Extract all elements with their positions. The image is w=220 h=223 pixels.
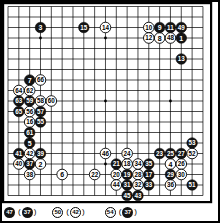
stone-number: 31 bbox=[124, 181, 132, 188]
stone-60: 60 bbox=[46, 96, 57, 107]
stone-5: 5 bbox=[24, 138, 35, 149]
stone-36: 36 bbox=[165, 180, 176, 191]
stone-number: 21 bbox=[113, 160, 121, 167]
stone-number: 39 bbox=[37, 150, 45, 157]
stone-number: 55 bbox=[37, 118, 45, 125]
caption: 47(37)50(42)54(37) bbox=[2, 204, 218, 220]
stone-2: 2 bbox=[35, 159, 46, 170]
stone-number: 22 bbox=[91, 171, 99, 178]
stone-51: 51 bbox=[187, 180, 198, 191]
stone-46: 46 bbox=[100, 148, 111, 159]
stone-42: 42 bbox=[24, 148, 35, 159]
stone-26: 26 bbox=[176, 159, 187, 170]
stone-number: 14 bbox=[102, 24, 110, 31]
stone-number: 45 bbox=[124, 192, 132, 199]
stone-17: 17 bbox=[143, 169, 154, 180]
star-point bbox=[104, 163, 107, 166]
star-point bbox=[104, 100, 107, 103]
stone-number: 23 bbox=[156, 150, 164, 157]
stone-number: 3 bbox=[39, 24, 43, 31]
stone-16: 16 bbox=[24, 117, 35, 128]
stone-44: 44 bbox=[111, 180, 122, 191]
caption-stone-54: 54 bbox=[105, 207, 116, 218]
caption-open-bracket: ( bbox=[66, 207, 69, 216]
stone-22: 22 bbox=[89, 169, 100, 180]
stone-9: 9 bbox=[154, 22, 165, 33]
stone-49: 49 bbox=[176, 22, 187, 33]
stone-number: 2 bbox=[39, 161, 43, 168]
stone-62: 62 bbox=[24, 85, 35, 96]
stone-27: 27 bbox=[176, 148, 187, 159]
stone-number: 15 bbox=[80, 24, 88, 31]
stone-66: 66 bbox=[35, 75, 46, 86]
stone-number: 62 bbox=[26, 87, 34, 94]
stone-45: 45 bbox=[122, 190, 133, 201]
stone-28: 28 bbox=[133, 169, 144, 180]
stone-40: 40 bbox=[14, 159, 25, 170]
stone-number: 51 bbox=[189, 181, 197, 188]
stone-number: 5 bbox=[28, 140, 32, 147]
stone-1: 1 bbox=[176, 33, 187, 44]
stone-number: 63 bbox=[15, 97, 23, 104]
stone-number: 36 bbox=[167, 181, 175, 188]
caption-entry-54: 54(37) bbox=[105, 207, 138, 218]
stone-number: 16 bbox=[26, 118, 34, 125]
stone-24: 24 bbox=[122, 148, 133, 159]
stone-number: 9 bbox=[158, 24, 162, 31]
stone-number: 29 bbox=[167, 171, 175, 178]
stone-32: 32 bbox=[133, 180, 144, 191]
star-point bbox=[169, 100, 172, 103]
stone-34: 34 bbox=[133, 159, 144, 170]
stone-7: 7 bbox=[24, 75, 35, 86]
go-diagram-page: 1234567891011121314151617181920212223242… bbox=[0, 0, 220, 223]
caption-entry-47: 47(37) bbox=[4, 207, 37, 218]
stone-number: 7 bbox=[28, 77, 32, 84]
stone-number: 6 bbox=[60, 171, 64, 178]
stone-number: 66 bbox=[37, 76, 45, 83]
stone-number: 35 bbox=[145, 160, 153, 167]
caption-stone-37: 37 bbox=[122, 207, 133, 218]
stone-number: 1 bbox=[179, 35, 183, 42]
stone-57: 57 bbox=[35, 106, 46, 117]
stone-11: 11 bbox=[165, 22, 176, 33]
stone-number: 13 bbox=[178, 55, 186, 62]
stone-number: 56 bbox=[26, 108, 34, 115]
stone-33: 33 bbox=[143, 180, 154, 191]
stone-35: 35 bbox=[143, 159, 154, 170]
stone-number: 46 bbox=[102, 150, 110, 157]
stone-8: 8 bbox=[154, 33, 165, 44]
stone-number: 59 bbox=[26, 97, 34, 104]
stone-3: 3 bbox=[35, 22, 46, 33]
stone-number: 17 bbox=[145, 171, 153, 178]
stone-23: 23 bbox=[154, 148, 165, 159]
caption-stone-42: 42 bbox=[70, 207, 81, 218]
stone-20: 20 bbox=[111, 169, 122, 180]
stone-13: 13 bbox=[176, 54, 187, 65]
caption-open-bracket: ( bbox=[18, 207, 21, 216]
stone-19: 19 bbox=[122, 169, 133, 180]
stone-31: 31 bbox=[122, 180, 133, 191]
caption-close-bracket: ) bbox=[134, 207, 137, 216]
stone-29: 29 bbox=[165, 169, 176, 180]
stone-55: 55 bbox=[35, 117, 46, 128]
caption-stone-50: 50 bbox=[52, 207, 63, 218]
stone-53: 53 bbox=[187, 138, 198, 149]
caption-close-bracket: ) bbox=[34, 207, 37, 216]
caption-stone-47: 47 bbox=[4, 207, 15, 218]
stone-18: 18 bbox=[122, 159, 133, 170]
stone-number: 32 bbox=[134, 181, 142, 188]
stone-number: 26 bbox=[178, 160, 186, 167]
stone-14: 14 bbox=[100, 22, 111, 33]
stone-number: 33 bbox=[145, 181, 153, 188]
caption-entry-50: 50(42) bbox=[52, 207, 85, 218]
stone-number: 64 bbox=[15, 87, 23, 94]
stone-number: 37 bbox=[26, 160, 34, 167]
stone-number: 60 bbox=[48, 97, 56, 104]
stone-number: 25 bbox=[167, 150, 175, 157]
stone-number: 20 bbox=[113, 171, 121, 178]
stone-number: 42 bbox=[26, 150, 34, 157]
stone-number: 19 bbox=[124, 171, 132, 178]
stone-21: 21 bbox=[111, 159, 122, 170]
stone-number: 24 bbox=[124, 150, 132, 157]
stone-number: 44 bbox=[113, 181, 121, 188]
stone-number: 58 bbox=[37, 97, 45, 104]
stone-number: 34 bbox=[134, 160, 142, 167]
stone-number: 30 bbox=[178, 171, 186, 178]
stone-number: 12 bbox=[145, 34, 153, 41]
stone-number: 4 bbox=[168, 161, 172, 168]
stone-number: 27 bbox=[178, 150, 186, 157]
stone-10: 10 bbox=[143, 22, 154, 33]
stone-25: 25 bbox=[165, 148, 176, 159]
stone-number: 28 bbox=[134, 171, 142, 178]
stone-number: 8 bbox=[158, 35, 162, 42]
stone-number: 53 bbox=[189, 139, 197, 146]
stone-30: 30 bbox=[176, 169, 187, 180]
stone-number: 52 bbox=[189, 150, 197, 157]
stone-39: 39 bbox=[35, 148, 46, 159]
stone-52: 52 bbox=[187, 148, 198, 159]
star-point bbox=[104, 37, 107, 40]
stone-number: 61 bbox=[26, 129, 34, 136]
stone-number: 10 bbox=[145, 24, 153, 31]
stone-number: 48 bbox=[167, 34, 175, 41]
stone-number: 38 bbox=[26, 171, 34, 178]
stone-15: 15 bbox=[79, 22, 90, 33]
stone-41: 41 bbox=[14, 148, 25, 159]
stone-number: 57 bbox=[37, 108, 45, 115]
stone-number: 40 bbox=[15, 160, 23, 167]
stone-number: 43 bbox=[134, 192, 142, 199]
stone-number: 41 bbox=[15, 150, 23, 157]
stone-64: 64 bbox=[14, 85, 25, 96]
stone-number: 65 bbox=[15, 108, 23, 115]
stone-63: 63 bbox=[14, 96, 25, 107]
stone-58: 58 bbox=[35, 96, 46, 107]
stone-59: 59 bbox=[24, 96, 35, 107]
stone-6: 6 bbox=[57, 169, 68, 180]
stone-number: 11 bbox=[167, 24, 174, 31]
stone-37: 37 bbox=[24, 159, 35, 170]
go-board: 1234567891011121314151617181920212223242… bbox=[2, 2, 218, 205]
stone-65: 65 bbox=[14, 106, 25, 117]
stone-12: 12 bbox=[143, 33, 154, 44]
stone-4: 4 bbox=[165, 159, 176, 170]
stone-61: 61 bbox=[24, 127, 35, 138]
stone-43: 43 bbox=[133, 190, 144, 201]
stone-56: 56 bbox=[24, 106, 35, 117]
caption-stone-37: 37 bbox=[22, 207, 33, 218]
stone-38: 38 bbox=[24, 169, 35, 180]
stone-number: 49 bbox=[178, 24, 186, 31]
caption-open-bracket: ( bbox=[119, 207, 122, 216]
caption-close-bracket: ) bbox=[82, 207, 85, 216]
stone-number: 18 bbox=[124, 160, 132, 167]
star-point bbox=[39, 37, 42, 40]
stone-48: 48 bbox=[165, 33, 176, 44]
